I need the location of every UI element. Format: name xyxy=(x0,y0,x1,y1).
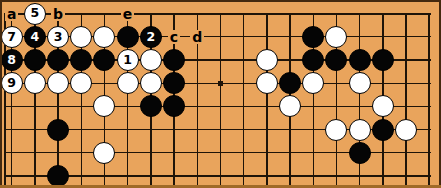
intersection xyxy=(93,48,116,71)
black-stone xyxy=(325,49,347,71)
white-stone xyxy=(140,49,162,71)
move-number: 4 xyxy=(30,31,39,44)
white-stone xyxy=(70,72,92,94)
intersection: c xyxy=(162,25,185,48)
intersection: 8 xyxy=(0,48,23,71)
white-stone xyxy=(93,142,115,164)
point-label-e: e xyxy=(121,7,135,21)
intersection xyxy=(46,72,69,95)
white-stone xyxy=(372,95,394,117)
intersection xyxy=(348,141,371,164)
intersection xyxy=(23,72,46,95)
white-stone xyxy=(349,72,371,94)
white-stone xyxy=(325,26,347,48)
white-stone: 9 xyxy=(1,72,23,94)
white-stone xyxy=(47,72,69,94)
go-board-diagram: 57432819abecd xyxy=(0,0,441,188)
intersection: e xyxy=(116,2,139,25)
intersection xyxy=(371,118,394,141)
intersection xyxy=(70,48,93,71)
move-number: 8 xyxy=(7,54,16,67)
intersection xyxy=(70,72,93,95)
intersection xyxy=(162,72,185,95)
white-stone xyxy=(395,119,417,141)
intersection: 5 xyxy=(23,2,46,25)
black-stone xyxy=(47,165,69,187)
black-stone xyxy=(24,49,46,71)
intersection xyxy=(325,118,348,141)
white-stone: 7 xyxy=(1,26,23,48)
move-number: 3 xyxy=(54,31,63,44)
white-stone xyxy=(24,72,46,94)
white-stone xyxy=(349,119,371,141)
intersection xyxy=(162,48,185,71)
white-stone xyxy=(256,49,278,71)
white-stone: 3 xyxy=(47,26,69,48)
intersection xyxy=(93,95,116,118)
white-stone xyxy=(302,72,324,94)
white-stone: 5 xyxy=(24,3,46,25)
intersection xyxy=(325,48,348,71)
intersection: d xyxy=(186,25,209,48)
black-stone xyxy=(117,26,139,48)
move-number: 2 xyxy=(146,31,155,44)
intersection: 3 xyxy=(46,25,69,48)
intersection: 2 xyxy=(139,25,162,48)
intersection: 1 xyxy=(116,48,139,71)
move-number: 5 xyxy=(30,7,39,20)
black-stone xyxy=(163,49,185,71)
point-label-c: c xyxy=(168,30,180,44)
intersection xyxy=(255,48,278,71)
intersection xyxy=(348,118,371,141)
black-stone xyxy=(349,49,371,71)
intersection xyxy=(46,48,69,71)
white-stone xyxy=(325,119,347,141)
move-number: 7 xyxy=(7,31,16,44)
white-stone xyxy=(93,26,115,48)
intersection: 9 xyxy=(0,72,23,95)
move-number: 1 xyxy=(123,54,132,67)
black-stone: 2 xyxy=(140,26,162,48)
black-stone xyxy=(47,49,69,71)
intersection xyxy=(93,25,116,48)
intersection xyxy=(325,25,348,48)
black-stone: 8 xyxy=(1,49,23,71)
intersection xyxy=(139,72,162,95)
black-stone xyxy=(93,49,115,71)
intersection xyxy=(139,95,162,118)
black-stone xyxy=(163,95,185,117)
intersection: a xyxy=(0,2,23,25)
frame-left xyxy=(0,0,2,188)
intersection: 7 xyxy=(0,25,23,48)
intersection xyxy=(139,48,162,71)
black-stone xyxy=(372,49,394,71)
black-stone xyxy=(302,49,324,71)
intersection xyxy=(278,95,301,118)
white-stone xyxy=(93,95,115,117)
black-stone xyxy=(140,95,162,117)
frame-top xyxy=(0,0,441,2)
intersection xyxy=(70,25,93,48)
black-stone xyxy=(47,119,69,141)
intersection xyxy=(348,72,371,95)
black-stone xyxy=(163,72,185,94)
intersection xyxy=(371,48,394,71)
intersection xyxy=(46,118,69,141)
intersection xyxy=(278,72,301,95)
intersection xyxy=(116,25,139,48)
intersection: b xyxy=(46,2,69,25)
white-stone xyxy=(140,72,162,94)
intersection xyxy=(302,72,325,95)
black-stone: 4 xyxy=(24,26,46,48)
board-grid: 57432819abecd xyxy=(0,2,441,188)
intersection: 4 xyxy=(23,25,46,48)
intersection xyxy=(348,48,371,71)
intersection xyxy=(116,72,139,95)
white-stone xyxy=(70,26,92,48)
black-stone xyxy=(372,119,394,141)
move-number: 9 xyxy=(7,77,16,90)
point-label-a: a xyxy=(5,7,18,21)
point-label-b: b xyxy=(51,7,65,21)
intersection xyxy=(23,48,46,71)
intersection xyxy=(255,72,278,95)
intersection xyxy=(93,141,116,164)
black-stone xyxy=(349,142,371,164)
black-stone xyxy=(279,72,301,94)
intersection xyxy=(371,95,394,118)
intersection xyxy=(394,118,417,141)
intersection xyxy=(162,95,185,118)
black-stone xyxy=(70,49,92,71)
white-stone xyxy=(117,72,139,94)
white-stone xyxy=(256,72,278,94)
intersection xyxy=(302,48,325,71)
frame-bottom xyxy=(0,185,441,188)
white-stone: 1 xyxy=(117,49,139,71)
intersection xyxy=(302,25,325,48)
white-stone xyxy=(279,95,301,117)
point-label-d: d xyxy=(190,30,204,44)
black-stone xyxy=(302,26,324,48)
